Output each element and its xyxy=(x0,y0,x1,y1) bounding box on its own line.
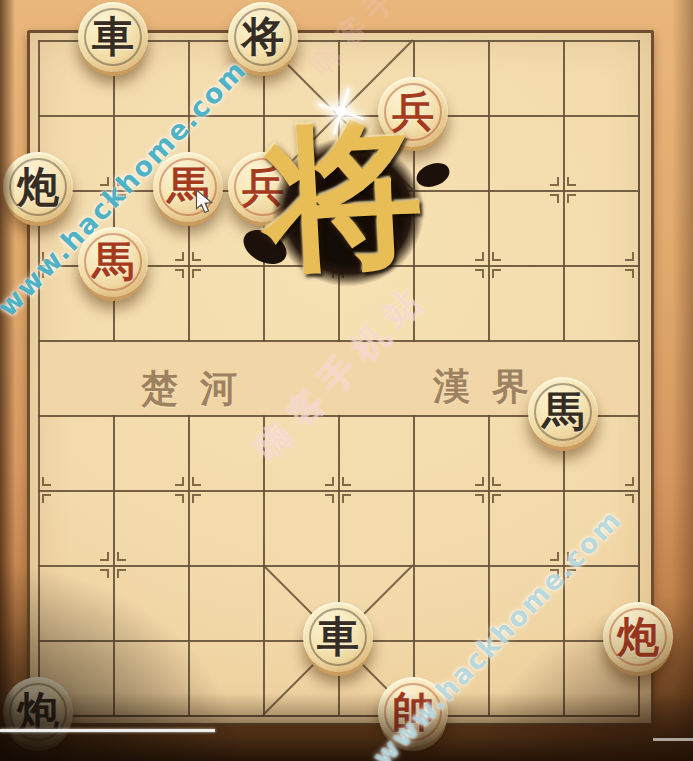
star-point-bracket xyxy=(342,477,351,486)
star-point-bracket xyxy=(117,177,126,186)
star-point-bracket xyxy=(492,269,501,278)
star-point-bracket xyxy=(550,194,559,203)
star-point-bracket xyxy=(342,494,351,503)
star-point-bracket xyxy=(192,494,201,503)
piece-black-file8-rank6[interactable]: 馬 xyxy=(528,377,598,447)
star-point-bracket xyxy=(192,477,201,486)
star-point-bracket xyxy=(325,477,334,486)
piece-red-file9-rank9[interactable]: 炮 xyxy=(603,602,673,672)
star-point-bracket xyxy=(492,477,501,486)
star-point-bracket xyxy=(567,194,576,203)
star-point-bracket xyxy=(100,194,109,203)
star-point-bracket xyxy=(625,477,634,486)
piece-character: 馬 xyxy=(528,377,598,447)
star-point-bracket xyxy=(325,494,334,503)
check-announcement-text: 将 xyxy=(261,113,427,279)
piece-character: 炮 xyxy=(603,602,673,672)
star-point-bracket xyxy=(100,569,109,578)
star-point-bracket xyxy=(567,552,576,561)
star-point-bracket xyxy=(117,569,126,578)
piece-black-file1-rank3[interactable]: 炮 xyxy=(3,152,73,222)
piece-character: 将 xyxy=(228,2,298,72)
piece-character: 帥 xyxy=(378,677,448,747)
piece-character: 炮 xyxy=(3,152,73,222)
piece-character: 馬 xyxy=(78,227,148,297)
star-point-bracket xyxy=(567,569,576,578)
piece-character: 車 xyxy=(78,2,148,72)
star-point-bracket xyxy=(192,269,201,278)
star-point-bracket xyxy=(625,252,634,261)
star-point-bracket xyxy=(567,177,576,186)
star-point-bracket xyxy=(175,269,184,278)
star-point-bracket xyxy=(492,494,501,503)
star-point-bracket xyxy=(550,177,559,186)
star-point-bracket xyxy=(625,269,634,278)
star-point-bracket xyxy=(475,269,484,278)
star-point-bracket xyxy=(100,177,109,186)
mouse-cursor-icon xyxy=(195,190,216,218)
piece-black-file5-rank9[interactable]: 車 xyxy=(303,602,373,672)
river-label-left: 楚河 xyxy=(141,364,259,414)
star-point-bracket xyxy=(492,252,501,261)
piece-black-file2-rank1[interactable]: 車 xyxy=(78,2,148,72)
piece-red-file2-rank4[interactable]: 馬 xyxy=(78,227,148,297)
star-point-bracket xyxy=(475,477,484,486)
piece-black-file4-rank1[interactable]: 将 xyxy=(228,2,298,72)
piece-black-file1-rank10[interactable]: 炮 xyxy=(3,677,73,747)
piece-character: 炮 xyxy=(3,677,73,747)
star-point-bracket xyxy=(550,552,559,561)
star-point-bracket xyxy=(100,552,109,561)
star-point-bracket xyxy=(550,569,559,578)
piece-red-file6-rank10[interactable]: 帥 xyxy=(378,677,448,747)
star-point-bracket xyxy=(42,269,51,278)
star-point-bracket xyxy=(117,194,126,203)
star-point-bracket xyxy=(175,494,184,503)
star-point-bracket xyxy=(117,552,126,561)
piece-character: 車 xyxy=(303,602,373,672)
white-streak-left xyxy=(0,729,215,732)
xiangqi-game-screen: 楚河 漢界 車将兵炮馬兵馬馬車炮炮帥 将 www.hackhome.com ww… xyxy=(0,0,693,761)
star-point-bracket xyxy=(475,252,484,261)
white-streak-right xyxy=(653,738,693,741)
star-point-bracket xyxy=(175,252,184,261)
star-point-bracket xyxy=(42,252,51,261)
star-point-bracket xyxy=(625,494,634,503)
star-point-bracket xyxy=(192,252,201,261)
star-point-bracket xyxy=(42,477,51,486)
star-point-bracket xyxy=(475,494,484,503)
star-point-bracket xyxy=(42,494,51,503)
star-point-bracket xyxy=(175,477,184,486)
